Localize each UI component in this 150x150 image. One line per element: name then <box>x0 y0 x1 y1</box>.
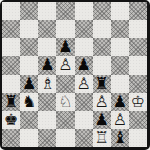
square-f8[interactable] <box>93 2 111 20</box>
square-b8[interactable] <box>20 2 38 20</box>
square-d1[interactable] <box>56 129 74 147</box>
white-pawn-f3: ♙ <box>95 93 109 109</box>
square-d7[interactable] <box>56 20 74 38</box>
square-e8[interactable] <box>75 2 93 20</box>
square-g7[interactable] <box>111 20 129 38</box>
square-e7[interactable] <box>75 20 93 38</box>
square-d5[interactable]: ♙ <box>56 56 74 74</box>
square-d4[interactable] <box>56 75 74 93</box>
square-g8[interactable] <box>111 2 129 20</box>
square-b3[interactable]: ♞ <box>20 93 38 111</box>
square-f5[interactable] <box>93 56 111 74</box>
square-e4[interactable]: ♙ <box>75 75 93 93</box>
square-f3[interactable]: ♙ <box>93 93 111 111</box>
square-g1[interactable]: ♝ <box>111 129 129 147</box>
black-rook-a3: ♜ <box>4 93 18 109</box>
square-e6[interactable] <box>75 38 93 56</box>
black-pawn-c5: ♟ <box>40 57 54 73</box>
square-a3[interactable]: ♜ <box>2 93 20 111</box>
square-b4[interactable]: ♟ <box>20 75 38 93</box>
black-rook-f4: ♜ <box>95 75 109 91</box>
black-pawn-f2: ♟ <box>95 111 109 127</box>
white-bishop-c4: ♗ <box>40 75 54 91</box>
square-c2[interactable] <box>38 111 56 129</box>
black-pawn-e5: ♟ <box>76 57 90 73</box>
white-pawn-d5: ♙ <box>58 57 72 73</box>
square-b7[interactable] <box>20 20 38 38</box>
black-king-a2: ♚ <box>4 111 18 127</box>
square-c1[interactable] <box>38 129 56 147</box>
square-c5[interactable]: ♟ <box>38 56 56 74</box>
square-c7[interactable] <box>38 20 56 38</box>
white-pawn-g2: ♙ <box>113 111 127 127</box>
square-d2[interactable] <box>56 111 74 129</box>
white-king-h3: ♔ <box>131 93 145 109</box>
square-a8[interactable] <box>2 2 20 20</box>
square-c3[interactable] <box>38 93 56 111</box>
white-knight-d3: ♘ <box>58 93 72 109</box>
square-f6[interactable] <box>93 38 111 56</box>
square-a2[interactable]: ♚ <box>2 111 20 129</box>
square-g3[interactable]: ♟ <box>111 93 129 111</box>
square-h3[interactable]: ♔ <box>129 93 147 111</box>
square-d3[interactable]: ♘ <box>56 93 74 111</box>
square-b6[interactable] <box>20 38 38 56</box>
black-knight-b3: ♞ <box>22 93 36 109</box>
white-rook-f1: ♖ <box>95 129 109 145</box>
square-h7[interactable] <box>129 20 147 38</box>
square-g4[interactable] <box>111 75 129 93</box>
chess-diagram: ♟♟♙♟♟♗♙♜♜♞♘♙♟♔♚♟♙♖♝ <box>0 0 150 150</box>
square-h1[interactable] <box>129 129 147 147</box>
square-f7[interactable] <box>93 20 111 38</box>
black-pawn-g3: ♟ <box>113 93 127 109</box>
square-h6[interactable] <box>129 38 147 56</box>
square-g6[interactable] <box>111 38 129 56</box>
square-c4[interactable]: ♗ <box>38 75 56 93</box>
square-f1[interactable]: ♖ <box>93 129 111 147</box>
square-h8[interactable] <box>129 2 147 20</box>
square-h5[interactable] <box>129 56 147 74</box>
black-pawn-d6: ♟ <box>58 39 72 55</box>
black-pawn-b4: ♟ <box>22 75 36 91</box>
black-bishop-g1: ♝ <box>113 129 127 145</box>
square-f2[interactable]: ♟ <box>93 111 111 129</box>
square-b1[interactable] <box>20 129 38 147</box>
square-d8[interactable] <box>56 2 74 20</box>
square-a5[interactable] <box>2 56 20 74</box>
square-e1[interactable] <box>75 129 93 147</box>
square-g2[interactable]: ♙ <box>111 111 129 129</box>
square-a1[interactable] <box>2 129 20 147</box>
square-b2[interactable] <box>20 111 38 129</box>
white-pawn-e4: ♙ <box>76 75 90 91</box>
square-a6[interactable] <box>2 38 20 56</box>
square-b5[interactable] <box>20 56 38 74</box>
square-c8[interactable] <box>38 2 56 20</box>
chess-board: ♟♟♙♟♟♗♙♜♜♞♘♙♟♔♚♟♙♖♝ <box>2 2 147 147</box>
square-e2[interactable] <box>75 111 93 129</box>
square-g5[interactable] <box>111 56 129 74</box>
square-h4[interactable] <box>129 75 147 93</box>
square-e3[interactable] <box>75 93 93 111</box>
square-e5[interactable]: ♟ <box>75 56 93 74</box>
square-h2[interactable] <box>129 111 147 129</box>
square-a4[interactable] <box>2 75 20 93</box>
square-a7[interactable] <box>2 20 20 38</box>
square-f4[interactable]: ♜ <box>93 75 111 93</box>
square-d6[interactable]: ♟ <box>56 38 74 56</box>
square-c6[interactable] <box>38 38 56 56</box>
